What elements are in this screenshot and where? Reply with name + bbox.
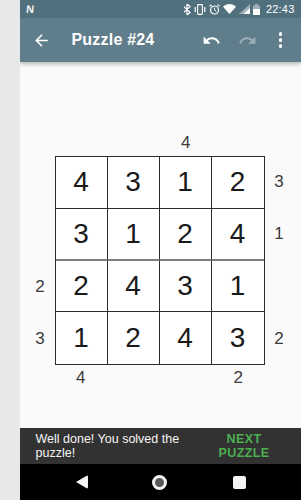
- snackbar-message: Well done! You solved the puzzle!: [36, 432, 204, 460]
- grid-cell-r4c2[interactable]: 2: [108, 312, 160, 364]
- undo-icon: [202, 31, 221, 50]
- skyscrapers-board: 4 3 1 2 3 1 2 4 2 4 3 1 1 2 4 3: [55, 156, 265, 365]
- clue-top-1: [55, 131, 108, 154]
- signal-icon: [239, 4, 250, 14]
- nav-back-triangle-icon: [76, 475, 88, 489]
- alarm-icon: [209, 4, 220, 15]
- nav-recents-square-icon: [233, 476, 246, 489]
- grid-cell-r3c1[interactable]: 2: [56, 261, 108, 313]
- clue-right-4: 2: [268, 313, 291, 365]
- battery-icon: [253, 4, 260, 15]
- app-bar: Puzzle #24: [20, 18, 301, 62]
- nav-home-circle-icon: [152, 475, 167, 490]
- vibrate-icon: [194, 4, 206, 15]
- clue-top-4: [212, 131, 265, 154]
- navigation-bar: [20, 464, 301, 500]
- status-bar: N: [20, 0, 301, 18]
- overflow-menu-button[interactable]: [273, 32, 289, 48]
- phone-screen: N: [20, 0, 301, 500]
- grid-cell-r1c1[interactable]: 4: [56, 157, 108, 209]
- clue-left-2: [29, 208, 52, 260]
- grid-cell-r3c3[interactable]: 3: [160, 261, 212, 313]
- grid-cell-r4c4[interactable]: 3: [212, 312, 264, 364]
- back-arrow-icon: [32, 31, 51, 50]
- next-puzzle-button[interactable]: NEXT PUZZLE: [204, 432, 285, 460]
- clue-bottom-3: [160, 366, 213, 390]
- clue-left-4: 3: [29, 313, 52, 365]
- back-button[interactable]: [32, 31, 51, 50]
- page-title: Puzzle #24: [72, 31, 155, 49]
- nav-home-button[interactable]: [140, 464, 180, 500]
- clues-bottom: 4 2: [55, 366, 265, 390]
- overflow-dot: [279, 44, 283, 48]
- clue-right-3: [268, 261, 291, 313]
- grid-cell-r2c3[interactable]: 2: [160, 209, 212, 261]
- redo-icon: [238, 31, 257, 50]
- clue-bottom-1: 4: [55, 366, 108, 390]
- status-time: 22:43: [266, 3, 295, 15]
- wifi-icon: [223, 4, 236, 14]
- clue-bottom-2: [107, 366, 160, 390]
- grid-cell-r4c3[interactable]: 4: [160, 312, 212, 364]
- grid-cell-r1c4[interactable]: 2: [212, 157, 264, 209]
- grid-cell-r1c3[interactable]: 1: [160, 157, 212, 209]
- clue-right-1: 3: [268, 156, 291, 208]
- grid-cell-r3c4[interactable]: 1: [212, 261, 264, 313]
- clue-left-3: 2: [29, 261, 52, 313]
- overflow-dot: [279, 38, 283, 42]
- grid-cell-r4c1[interactable]: 1: [56, 312, 108, 364]
- nougat-notification-icon: N: [25, 4, 34, 15]
- bluetooth-icon: [183, 4, 191, 15]
- grid-cell-r2c4[interactable]: 4: [212, 209, 264, 261]
- grid-cell-r1c2[interactable]: 3: [108, 157, 160, 209]
- snackbar: Well done! You solved the puzzle! NEXT P…: [20, 428, 301, 464]
- grid-cell-r3c2[interactable]: 4: [108, 261, 160, 313]
- clue-top-3: 4: [160, 131, 213, 154]
- clue-top-2: [107, 131, 160, 154]
- grid-cell-r2c1[interactable]: 3: [56, 209, 108, 261]
- clues-right: 3 1 2: [268, 156, 291, 365]
- clue-left-1: [29, 156, 52, 208]
- overflow-dot: [279, 32, 283, 36]
- grid-cell-r2c2[interactable]: 1: [108, 209, 160, 261]
- undo-button[interactable]: [202, 31, 221, 50]
- clues-left: 2 3: [29, 156, 52, 365]
- nav-back-button[interactable]: [62, 464, 102, 500]
- clue-right-2: 1: [268, 208, 291, 260]
- redo-button[interactable]: [238, 31, 257, 50]
- nav-recents-button[interactable]: [220, 464, 260, 500]
- clues-top: 4: [55, 131, 265, 154]
- clue-bottom-4: 2: [212, 366, 265, 390]
